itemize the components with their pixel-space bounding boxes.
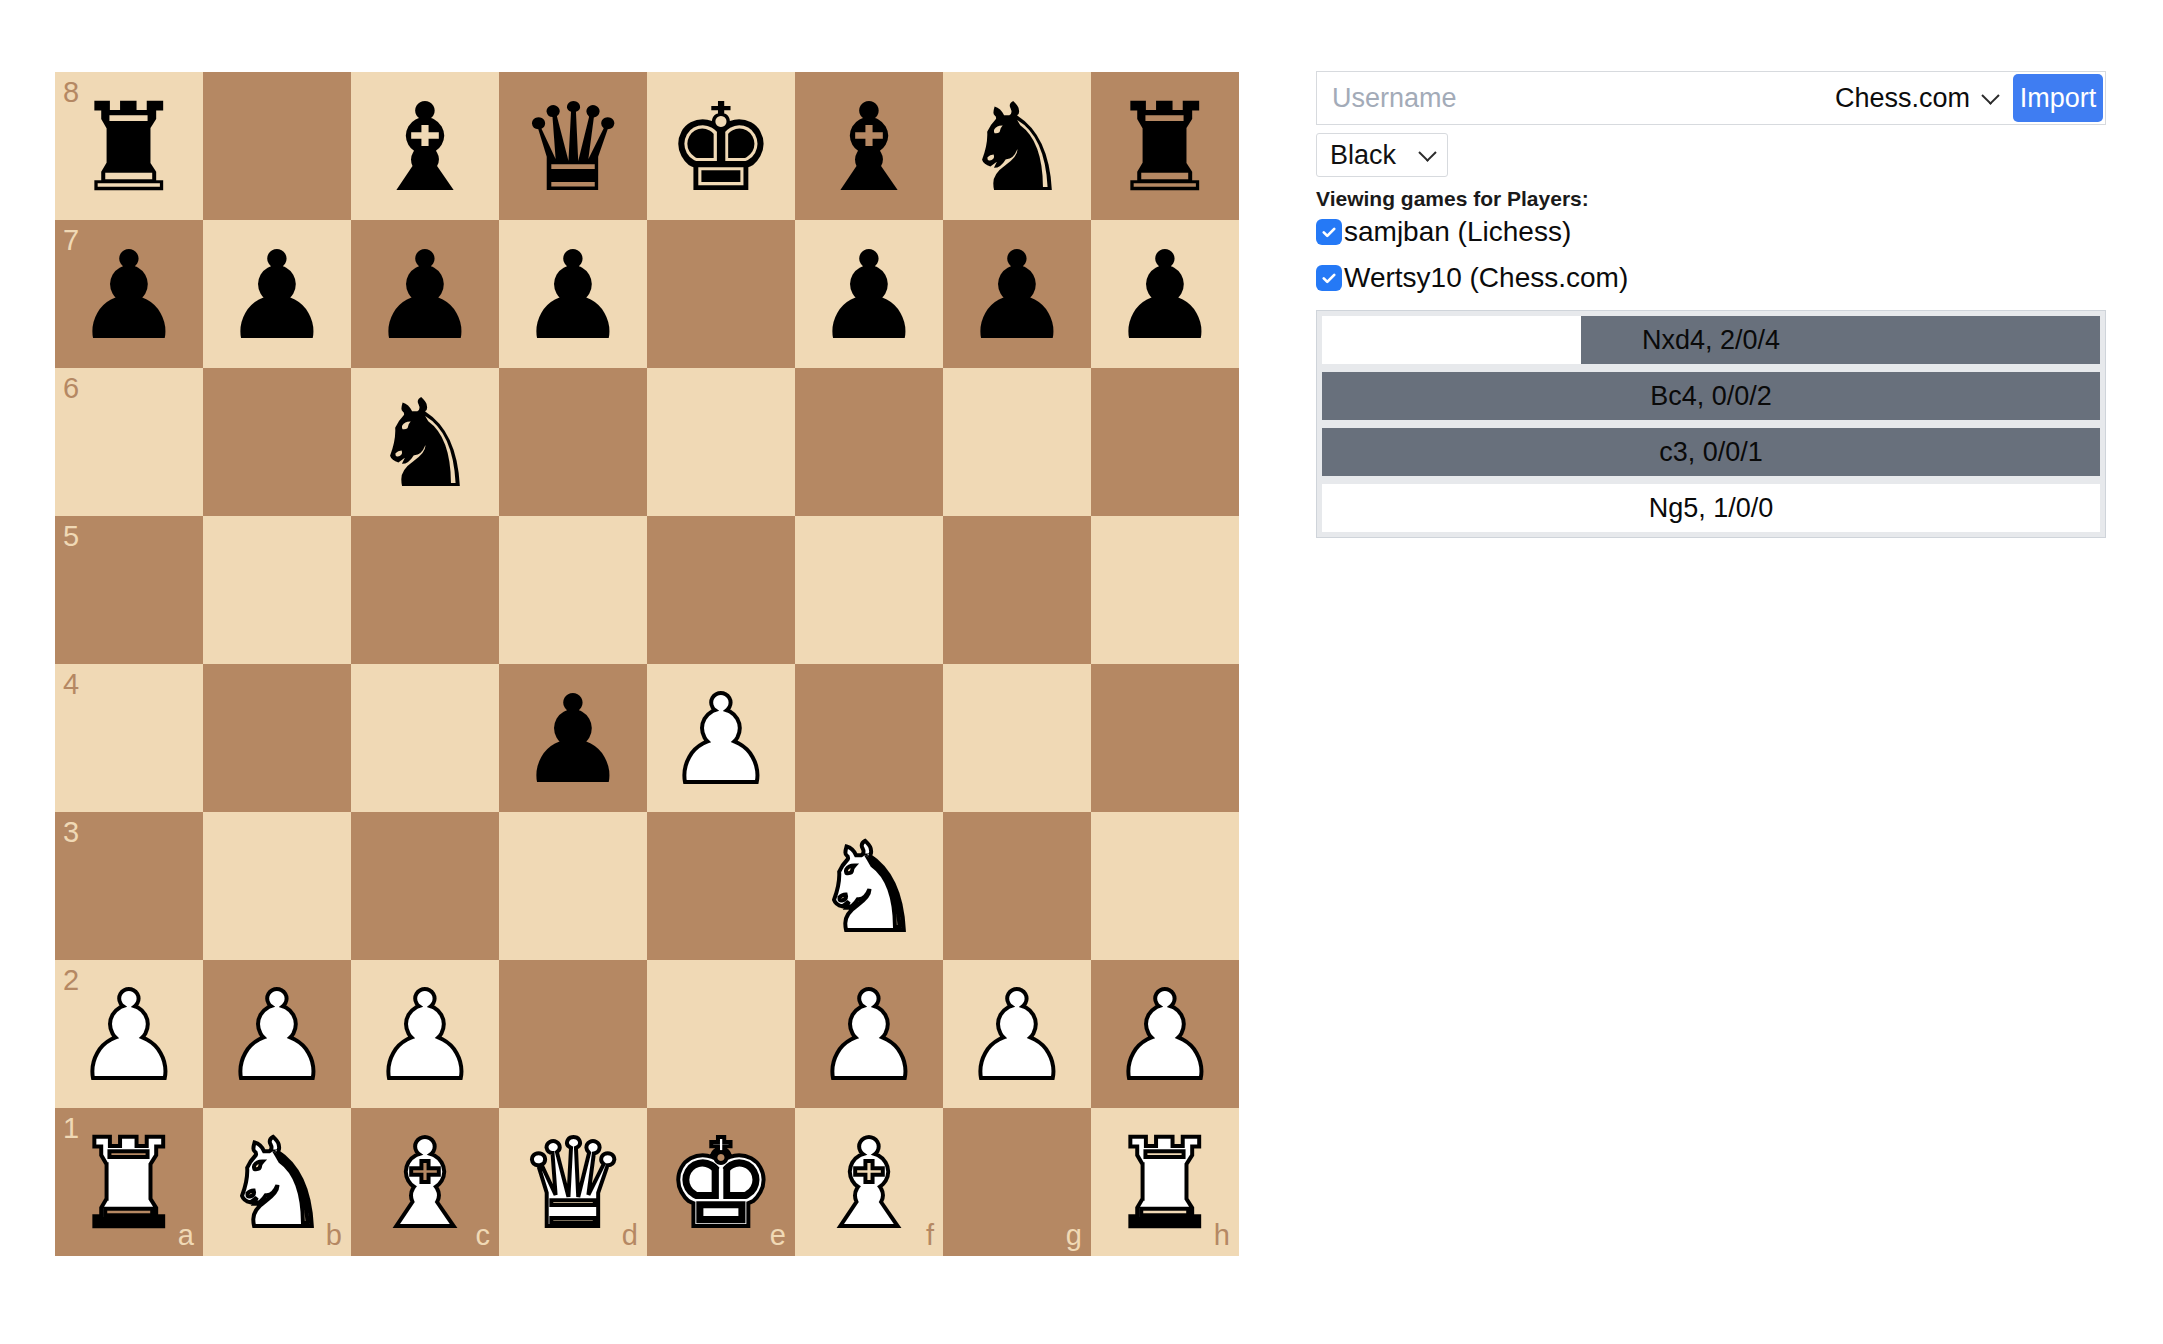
square-d5[interactable]: [499, 516, 647, 664]
square-g4[interactable]: [943, 664, 1091, 812]
square-c7[interactable]: ♟: [351, 220, 499, 368]
square-f7[interactable]: ♟: [795, 220, 943, 368]
rank-label: 5: [63, 522, 79, 551]
piece-white-pawn[interactable]: ♟: [647, 666, 795, 814]
piece-black-pawn[interactable]: ♟: [943, 222, 1091, 370]
move-label: Ng5, 1/0/0: [1322, 484, 2100, 532]
square-e8[interactable]: ♚: [647, 72, 795, 220]
site-select[interactable]: Chess.com: [1829, 72, 2013, 124]
square-b2[interactable]: ♟: [203, 960, 351, 1108]
player-row: Wertsy10 (Chess.com): [1316, 264, 2106, 292]
square-d2[interactable]: [499, 960, 647, 1108]
square-a7[interactable]: 7♟: [55, 220, 203, 368]
piece-white-rook[interactable]: ♜: [55, 1110, 203, 1258]
piece-black-pawn[interactable]: ♟: [499, 666, 647, 814]
piece-white-pawn[interactable]: ♟: [1091, 962, 1239, 1110]
move-row[interactable]: Nxd4, 2/0/4: [1322, 316, 2100, 364]
piece-black-pawn[interactable]: ♟: [203, 222, 351, 370]
piece-white-pawn[interactable]: ♟: [55, 962, 203, 1110]
piece-black-knight[interactable]: ♞: [351, 370, 499, 518]
square-d4[interactable]: ♟: [499, 664, 647, 812]
square-e6[interactable]: [647, 368, 795, 516]
square-e1[interactable]: e♚: [647, 1108, 795, 1256]
square-h6[interactable]: [1091, 368, 1239, 516]
square-e2[interactable]: [647, 960, 795, 1108]
import-panel: Chess.com Import Black Viewing games for…: [1316, 71, 2106, 538]
square-f6[interactable]: [795, 368, 943, 516]
square-h7[interactable]: ♟: [1091, 220, 1239, 368]
color-select-value: Black: [1330, 140, 1396, 171]
player-row: samjban (Lichess): [1316, 218, 2106, 246]
piece-white-knight[interactable]: ♞: [203, 1110, 351, 1258]
piece-black-queen[interactable]: ♛: [499, 74, 647, 222]
square-d8[interactable]: ♛: [499, 72, 647, 220]
square-f5[interactable]: [795, 516, 943, 664]
square-d6[interactable]: [499, 368, 647, 516]
square-b5[interactable]: [203, 516, 351, 664]
square-h2[interactable]: ♟: [1091, 960, 1239, 1108]
square-g7[interactable]: ♟: [943, 220, 1091, 368]
chess-board[interactable]: 8♜♝♛♚♝♞♜7♟♟♟♟♟♟♟6♞54♟♟3♞2♟♟♟♟♟♟1a♜b♞c♝d♛…: [55, 72, 1239, 1256]
square-g8[interactable]: ♞: [943, 72, 1091, 220]
square-g5[interactable]: [943, 516, 1091, 664]
piece-black-pawn[interactable]: ♟: [499, 222, 647, 370]
rank-label: 3: [63, 818, 79, 847]
piece-black-rook[interactable]: ♜: [55, 74, 203, 222]
piece-black-pawn[interactable]: ♟: [351, 222, 499, 370]
piece-black-pawn[interactable]: ♟: [1091, 222, 1239, 370]
square-f2[interactable]: ♟: [795, 960, 943, 1108]
chevron-down-icon: [1418, 143, 1436, 161]
square-f4[interactable]: [795, 664, 943, 812]
rank-label: 4: [63, 670, 79, 699]
square-g1[interactable]: g: [943, 1108, 1091, 1256]
square-c3[interactable]: [351, 812, 499, 960]
square-b7[interactable]: ♟: [203, 220, 351, 368]
piece-white-bishop[interactable]: ♝: [795, 1110, 943, 1258]
square-c4[interactable]: [351, 664, 499, 812]
square-h8[interactable]: ♜: [1091, 72, 1239, 220]
move-label: Bc4, 0/0/2: [1322, 372, 2100, 420]
square-b6[interactable]: [203, 368, 351, 516]
square-g2[interactable]: ♟: [943, 960, 1091, 1108]
move-row[interactable]: Bc4, 0/0/2: [1322, 372, 2100, 420]
piece-white-rook[interactable]: ♜: [1091, 1110, 1239, 1258]
square-h3[interactable]: [1091, 812, 1239, 960]
square-d3[interactable]: [499, 812, 647, 960]
piece-black-knight[interactable]: ♞: [943, 74, 1091, 222]
piece-white-pawn[interactable]: ♟: [203, 962, 351, 1110]
square-e5[interactable]: [647, 516, 795, 664]
piece-black-king[interactable]: ♚: [647, 74, 795, 222]
moves-table: Nxd4, 2/0/4Bc4, 0/0/2c3, 0/0/1Ng5, 1/0/0: [1316, 310, 2106, 538]
import-row: Chess.com Import: [1316, 71, 2106, 125]
square-d1[interactable]: d♛: [499, 1108, 647, 1256]
piece-black-bishop[interactable]: ♝: [351, 74, 499, 222]
square-b8[interactable]: [203, 72, 351, 220]
square-c5[interactable]: [351, 516, 499, 664]
chevron-down-icon: [1981, 86, 1999, 104]
player-label: Wertsy10 (Chess.com): [1344, 264, 1628, 292]
square-d7[interactable]: ♟: [499, 220, 647, 368]
square-a8[interactable]: 8♜: [55, 72, 203, 220]
move-label: Nxd4, 2/0/4: [1322, 316, 2100, 364]
piece-white-pawn[interactable]: ♟: [351, 962, 499, 1110]
import-button[interactable]: Import: [2013, 74, 2103, 122]
player-checkbox[interactable]: [1316, 219, 1342, 245]
check-icon: [1320, 223, 1338, 241]
piece-white-king[interactable]: ♚: [647, 1110, 795, 1258]
square-g3[interactable]: [943, 812, 1091, 960]
piece-black-pawn[interactable]: ♟: [55, 222, 203, 370]
rank-label: 6: [63, 374, 79, 403]
piece-white-queen[interactable]: ♛: [499, 1110, 647, 1258]
square-c1[interactable]: c♝: [351, 1108, 499, 1256]
square-c8[interactable]: ♝: [351, 72, 499, 220]
move-row[interactable]: Ng5, 1/0/0: [1322, 484, 2100, 532]
piece-white-pawn[interactable]: ♟: [795, 962, 943, 1110]
site-select-value: Chess.com: [1835, 83, 1970, 114]
square-c2[interactable]: ♟: [351, 960, 499, 1108]
square-h5[interactable]: [1091, 516, 1239, 664]
square-g6[interactable]: [943, 368, 1091, 516]
square-a4[interactable]: 4: [55, 664, 203, 812]
square-b1[interactable]: b♞: [203, 1108, 351, 1256]
square-e3[interactable]: [647, 812, 795, 960]
square-f8[interactable]: ♝: [795, 72, 943, 220]
square-b4[interactable]: [203, 664, 351, 812]
piece-white-pawn[interactable]: ♟: [943, 962, 1091, 1110]
players-list: samjban (Lichess)Wertsy10 (Chess.com): [1316, 218, 2106, 292]
piece-white-knight[interactable]: ♞: [795, 814, 943, 962]
square-c6[interactable]: ♞: [351, 368, 499, 516]
viewing-players-label: Viewing games for Players:: [1316, 186, 2106, 212]
piece-black-pawn[interactable]: ♟: [795, 222, 943, 370]
square-f1[interactable]: f♝: [795, 1108, 943, 1256]
square-a2[interactable]: 2♟: [55, 960, 203, 1108]
square-b3[interactable]: [203, 812, 351, 960]
square-h1[interactable]: h♜: [1091, 1108, 1239, 1256]
check-icon: [1320, 269, 1338, 287]
piece-white-bishop[interactable]: ♝: [351, 1110, 499, 1258]
square-e7[interactable]: [647, 220, 795, 368]
move-row[interactable]: c3, 0/0/1: [1322, 428, 2100, 476]
player-label: samjban (Lichess): [1344, 218, 1571, 246]
square-h4[interactable]: [1091, 664, 1239, 812]
square-a1[interactable]: 1a♜: [55, 1108, 203, 1256]
color-select[interactable]: Black: [1316, 133, 1448, 177]
file-label: g: [1066, 1221, 1082, 1250]
move-label: c3, 0/0/1: [1322, 428, 2100, 476]
square-a5[interactable]: 5: [55, 516, 203, 664]
square-a3[interactable]: 3: [55, 812, 203, 960]
square-a6[interactable]: 6: [55, 368, 203, 516]
piece-black-rook[interactable]: ♜: [1091, 74, 1239, 222]
square-e4[interactable]: ♟: [647, 664, 795, 812]
player-checkbox[interactable]: [1316, 265, 1342, 291]
username-input[interactable]: [1317, 72, 1829, 124]
square-f3[interactable]: ♞: [795, 812, 943, 960]
piece-black-bishop[interactable]: ♝: [795, 74, 943, 222]
